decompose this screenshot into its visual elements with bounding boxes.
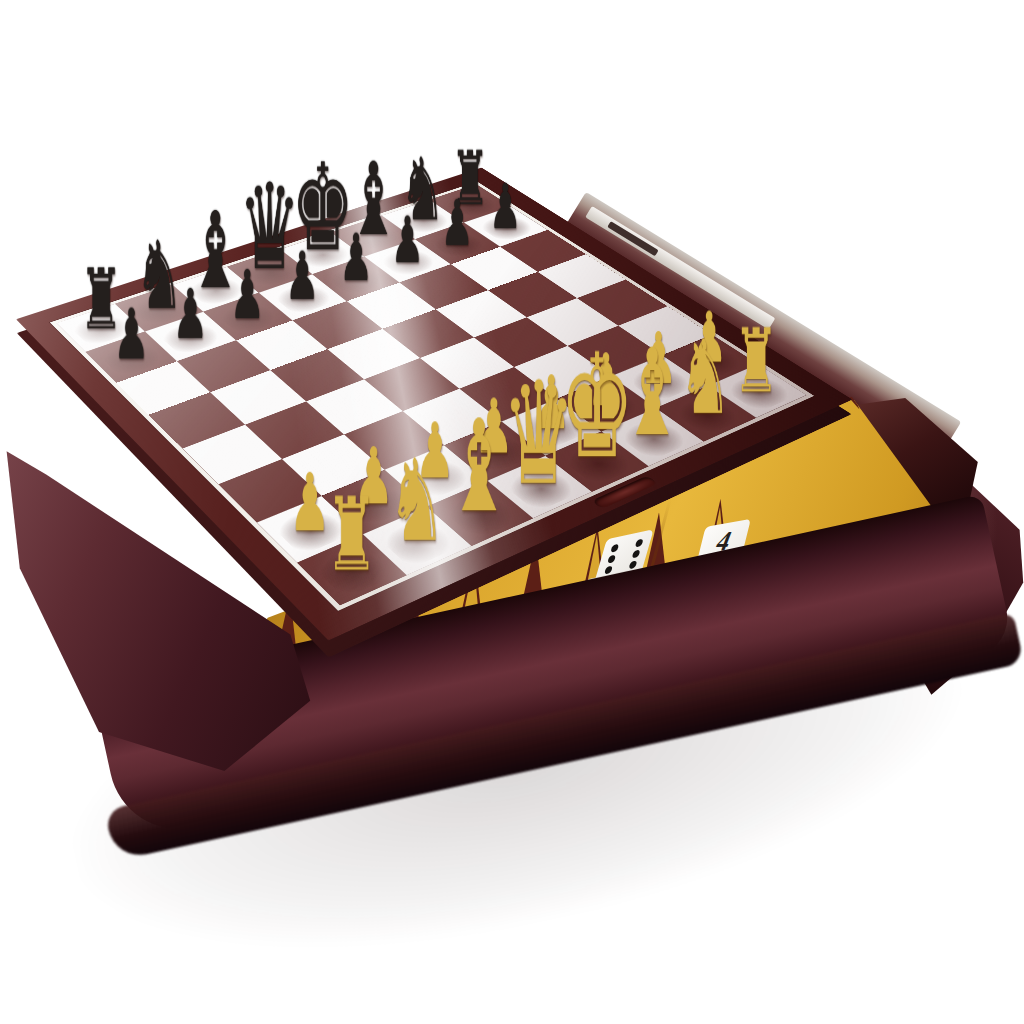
square-b4[interactable] [245, 402, 343, 459]
square-e5[interactable] [382, 309, 474, 358]
square-b7[interactable]: ♟ [145, 312, 235, 361]
square-d5[interactable] [327, 329, 420, 380]
square-f4[interactable] [474, 317, 567, 367]
piece-black-rook-h8[interactable]: ♜ [451, 145, 490, 212]
square-b2[interactable]: ♟ [322, 470, 427, 534]
square-g1[interactable]: ♞ [656, 386, 756, 442]
square-g6[interactable] [450, 247, 537, 290]
piece-black-pawn-a7[interactable]: ♟ [113, 304, 149, 367]
die-pip [607, 554, 616, 563]
square-e8[interactable]: ♚ [280, 232, 365, 274]
square-a2[interactable]: ♟ [257, 496, 363, 563]
square-d2[interactable]: ♟ [444, 421, 546, 480]
piece-black-knight-b8[interactable]: ♞ [135, 233, 184, 317]
square-a7[interactable]: ♟ [86, 332, 177, 383]
square-e4[interactable] [420, 337, 514, 388]
square-a5[interactable] [149, 392, 246, 449]
square-f5[interactable] [436, 290, 527, 337]
piece-black-queen-d8[interactable]: ♛ [239, 173, 301, 280]
piece-black-pawn-h7[interactable]: ♟ [489, 179, 521, 235]
product-photo-scene: 4 32 ♜♞♝♛♚♝♞♜♟♟♟♟♟♟♟♟♟♟♟♟♟♟♟♟♜♞♝♛♚♝♞♜ [0, 0, 1024, 1024]
piece-white-king-e1[interactable]: ♚ [560, 342, 635, 471]
piece-white-bishop-f1[interactable]: ♝ [621, 340, 683, 448]
piece-white-pawn-a2[interactable]: ♟ [289, 467, 331, 539]
square-g2[interactable]: ♟ [610, 355, 707, 408]
square-d4[interactable] [364, 358, 460, 411]
piece-black-pawn-b7[interactable]: ♟ [172, 284, 208, 346]
piece-white-pawn-f2[interactable]: ♟ [587, 348, 625, 413]
square-f7[interactable]: ♟ [365, 239, 451, 282]
die-pip [610, 543, 619, 552]
square-f6[interactable] [399, 264, 487, 309]
piece-black-knight-g8[interactable]: ♞ [400, 150, 445, 228]
square-g8[interactable]: ♞ [381, 200, 464, 240]
square-g5[interactable] [487, 272, 576, 318]
square-a6[interactable] [116, 361, 210, 415]
square-a3[interactable] [219, 459, 322, 522]
piece-white-pawn-b2[interactable]: ♟ [353, 442, 394, 513]
piece-white-pawn-g2[interactable]: ♟ [640, 327, 677, 391]
square-b5[interactable] [210, 370, 305, 424]
square-c8[interactable]: ♝ [172, 267, 259, 312]
piece-white-pawn-e2[interactable]: ♟ [532, 370, 571, 437]
square-h7[interactable]: ♟ [464, 207, 548, 247]
die-pip [632, 549, 641, 558]
piece-black-rook-a8[interactable]: ♜ [79, 262, 123, 337]
piece-white-bishop-c1[interactable]: ♝ [446, 410, 512, 524]
square-g3[interactable] [567, 326, 662, 376]
square-a4[interactable] [183, 425, 283, 485]
piece-white-pawn-d2[interactable]: ♟ [475, 393, 514, 461]
piece-black-pawn-d7[interactable]: ♟ [285, 247, 320, 307]
piece-black-pawn-g7[interactable]: ♟ [441, 195, 474, 252]
square-c6[interactable] [236, 320, 328, 370]
square-c7[interactable]: ♟ [203, 293, 292, 340]
square-e7[interactable]: ♟ [313, 257, 400, 301]
square-b6[interactable] [177, 340, 270, 392]
square-d6[interactable] [292, 301, 382, 349]
piece-white-pawn-c2[interactable]: ♟ [415, 417, 455, 486]
square-c4[interactable] [306, 379, 403, 434]
square-c3[interactable] [344, 411, 444, 469]
die-pip [629, 560, 638, 569]
square-f2[interactable]: ♟ [557, 376, 656, 431]
piece-black-bishop-f8[interactable]: ♝ [347, 154, 399, 244]
piece-black-pawn-f7[interactable]: ♟ [391, 212, 424, 270]
square-g4[interactable] [526, 298, 618, 346]
square-h8[interactable]: ♜ [429, 184, 511, 222]
square-b8[interactable]: ♞ [115, 285, 203, 332]
piece-white-knight-b1[interactable]: ♞ [387, 450, 446, 552]
die-pip [604, 565, 613, 574]
square-e6[interactable] [347, 282, 436, 329]
piece-black-bishop-c8[interactable]: ♝ [188, 203, 243, 298]
square-g7[interactable]: ♟ [415, 223, 500, 264]
square-d7[interactable]: ♟ [259, 274, 347, 320]
square-d3[interactable] [403, 389, 502, 445]
backgammon-point-solid [668, 355, 765, 462]
die-pip [635, 538, 644, 547]
square-c5[interactable] [270, 349, 364, 402]
piece-white-rook-a1[interactable]: ♜ [325, 489, 378, 580]
piece-black-pawn-e7[interactable]: ♟ [339, 229, 373, 288]
square-e3[interactable] [460, 367, 557, 421]
square-f3[interactable] [514, 346, 610, 398]
square-d8[interactable]: ♛ [227, 249, 313, 293]
piece-black-pawn-c7[interactable]: ♟ [230, 265, 265, 326]
square-a8[interactable]: ♜ [57, 304, 146, 352]
square-f8[interactable]: ♝ [331, 216, 415, 257]
square-c2[interactable]: ♟ [384, 445, 487, 507]
piece-black-king-e8[interactable]: ♚ [291, 154, 353, 262]
square-f1[interactable]: ♝ [602, 408, 704, 466]
square-e2[interactable]: ♟ [501, 398, 601, 455]
square-b3[interactable] [282, 435, 383, 496]
piece-white-queen-d1[interactable]: ♛ [502, 369, 576, 497]
